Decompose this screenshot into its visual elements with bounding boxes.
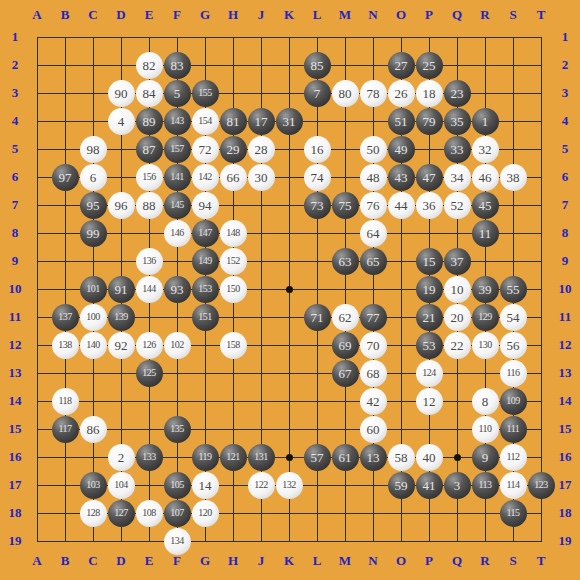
stone-white-g6[interactable]: 142	[192, 164, 219, 191]
stone-white-q7[interactable]: 52	[444, 192, 471, 219]
move-number: 154	[198, 116, 212, 126]
stone-black-o17[interactable]: 59	[388, 472, 415, 499]
stone-white-n5[interactable]: 50	[360, 136, 387, 163]
col-label-bottom-n: N	[362, 553, 384, 569]
move-number: 3	[454, 479, 461, 492]
stone-black-f18[interactable]: 107	[164, 500, 191, 527]
stone-black-l3[interactable]: 7	[304, 80, 331, 107]
row-label-right-12: 12	[554, 337, 576, 353]
stone-black-p10[interactable]: 19	[416, 276, 443, 303]
stone-white-d17[interactable]: 104	[108, 472, 135, 499]
stone-black-f15[interactable]: 135	[164, 416, 191, 443]
move-number: 85	[311, 59, 324, 72]
move-number: 145	[170, 200, 184, 210]
move-number: 27	[395, 59, 408, 72]
stone-white-e12[interactable]: 126	[136, 332, 163, 359]
stone-white-b14[interactable]: 118	[52, 388, 79, 415]
stone-black-p2[interactable]: 25	[416, 52, 443, 79]
stone-white-n6[interactable]: 48	[360, 164, 387, 191]
move-number: 147	[198, 228, 212, 238]
col-label-bottom-j: J	[250, 553, 272, 569]
stone-white-o16[interactable]: 58	[388, 444, 415, 471]
stone-white-f8[interactable]: 146	[164, 220, 191, 247]
stone-black-o2[interactable]: 27	[388, 52, 415, 79]
move-number: 136	[142, 256, 156, 266]
col-label-bottom-o: O	[390, 553, 412, 569]
move-number: 61	[339, 451, 352, 464]
col-label-bottom-b: B	[54, 553, 76, 569]
stone-black-h4[interactable]: 81	[220, 108, 247, 135]
stone-white-b12[interactable]: 138	[52, 332, 79, 359]
stone-black-k4[interactable]: 31	[276, 108, 303, 135]
move-number: 101	[86, 284, 100, 294]
stone-black-f10[interactable]: 93	[164, 276, 191, 303]
stone-white-s12[interactable]: 56	[500, 332, 527, 359]
stone-white-e7[interactable]: 88	[136, 192, 163, 219]
move-number: 132	[282, 480, 296, 490]
stone-white-j17[interactable]: 122	[248, 472, 275, 499]
stone-black-l16[interactable]: 57	[304, 444, 331, 471]
stone-white-g5[interactable]: 72	[192, 136, 219, 163]
move-number: 82	[143, 59, 156, 72]
col-label-bottom-g: G	[194, 553, 216, 569]
stone-white-s16[interactable]: 112	[500, 444, 527, 471]
stone-white-r14[interactable]: 8	[472, 388, 499, 415]
stone-black-r16[interactable]: 9	[472, 444, 499, 471]
stone-black-r10[interactable]: 39	[472, 276, 499, 303]
move-number: 26	[395, 87, 408, 100]
stone-white-r6[interactable]: 46	[472, 164, 499, 191]
stone-black-r17[interactable]: 113	[472, 472, 499, 499]
stone-white-d4[interactable]: 4	[108, 108, 135, 135]
stone-black-e13[interactable]: 125	[136, 360, 163, 387]
move-number: 90	[115, 87, 128, 100]
stone-black-s15[interactable]: 111	[500, 416, 527, 443]
move-number: 54	[507, 311, 520, 324]
move-number: 52	[451, 199, 464, 212]
stone-white-n12[interactable]: 70	[360, 332, 387, 359]
move-number: 10	[451, 283, 464, 296]
stone-white-g4[interactable]: 154	[192, 108, 219, 135]
stone-white-n14[interactable]: 42	[360, 388, 387, 415]
stone-black-f4[interactable]: 143	[164, 108, 191, 135]
stone-white-h9[interactable]: 152	[220, 248, 247, 275]
move-number: 139	[114, 312, 128, 322]
move-number: 66	[227, 171, 240, 184]
row-label-left-3: 3	[4, 85, 26, 101]
move-number: 37	[451, 255, 464, 268]
stone-black-s14[interactable]: 109	[500, 388, 527, 415]
stone-white-o7[interactable]: 44	[388, 192, 415, 219]
stone-black-e16[interactable]: 133	[136, 444, 163, 471]
stone-black-o6[interactable]: 43	[388, 164, 415, 191]
col-label-top-d: D	[110, 7, 132, 23]
stone-black-f7[interactable]: 145	[164, 192, 191, 219]
move-number: 99	[87, 227, 100, 240]
stone-black-e5[interactable]: 87	[136, 136, 163, 163]
move-number: 62	[339, 311, 352, 324]
move-number: 17	[255, 115, 268, 128]
row-label-left-8: 8	[4, 225, 26, 241]
stone-black-p4[interactable]: 79	[416, 108, 443, 135]
move-number: 92	[115, 339, 128, 352]
stone-white-r12[interactable]: 130	[472, 332, 499, 359]
col-label-bottom-a: A	[26, 553, 48, 569]
stone-white-l6[interactable]: 74	[304, 164, 331, 191]
stone-black-r4[interactable]: 1	[472, 108, 499, 135]
stone-black-g3[interactable]: 155	[192, 80, 219, 107]
stone-white-q11[interactable]: 20	[444, 304, 471, 331]
stone-black-l7[interactable]: 73	[304, 192, 331, 219]
col-label-bottom-s: S	[502, 553, 524, 569]
move-number: 102	[170, 340, 184, 350]
stone-black-d10[interactable]: 91	[108, 276, 135, 303]
move-number: 89	[143, 115, 156, 128]
move-number: 125	[142, 368, 156, 378]
col-label-top-g: G	[194, 7, 216, 23]
stone-black-l2[interactable]: 85	[304, 52, 331, 79]
stone-white-p7[interactable]: 36	[416, 192, 443, 219]
row-label-left-12: 12	[4, 337, 26, 353]
stone-white-d7[interactable]: 96	[108, 192, 135, 219]
stone-black-s18[interactable]: 115	[500, 500, 527, 527]
move-number: 111	[507, 424, 520, 434]
col-label-top-t: T	[530, 7, 552, 23]
row-label-right-11: 11	[554, 309, 576, 325]
move-number: 116	[506, 368, 519, 378]
stone-black-h16[interactable]: 121	[220, 444, 247, 471]
move-number: 75	[339, 199, 352, 212]
move-number: 33	[451, 143, 464, 156]
stone-white-d12[interactable]: 92	[108, 332, 135, 359]
stone-black-q5[interactable]: 33	[444, 136, 471, 163]
move-number: 49	[395, 143, 408, 156]
move-number: 100	[86, 312, 100, 322]
stone-black-l11[interactable]: 71	[304, 304, 331, 331]
move-number: 55	[507, 283, 520, 296]
move-number: 44	[395, 199, 408, 212]
move-number: 112	[506, 452, 519, 462]
stone-white-e6[interactable]: 156	[136, 164, 163, 191]
col-label-bottom-p: P	[418, 553, 440, 569]
stone-black-b11[interactable]: 137	[52, 304, 79, 331]
move-number: 150	[226, 284, 240, 294]
move-number: 36	[423, 199, 436, 212]
col-label-bottom-e: E	[138, 553, 160, 569]
stone-white-m11[interactable]: 62	[332, 304, 359, 331]
move-number: 108	[142, 508, 156, 518]
move-number: 69	[339, 339, 352, 352]
stone-black-g11[interactable]: 151	[192, 304, 219, 331]
stone-white-n3[interactable]: 78	[360, 80, 387, 107]
stone-black-e4[interactable]: 89	[136, 108, 163, 135]
stone-white-s11[interactable]: 54	[500, 304, 527, 331]
col-label-top-h: H	[222, 7, 244, 23]
move-number: 32	[479, 143, 492, 156]
stone-white-l5[interactable]: 16	[304, 136, 331, 163]
row-label-left-17: 17	[4, 477, 26, 493]
move-number: 45	[479, 199, 492, 212]
stone-white-q6[interactable]: 34	[444, 164, 471, 191]
stone-white-c15[interactable]: 86	[80, 416, 107, 443]
stone-black-m13[interactable]: 67	[332, 360, 359, 387]
move-number: 29	[227, 143, 240, 156]
col-label-top-m: M	[334, 7, 356, 23]
move-number: 39	[479, 283, 492, 296]
row-label-right-19: 19	[554, 533, 576, 549]
stone-white-r5[interactable]: 32	[472, 136, 499, 163]
move-number: 95	[87, 199, 100, 212]
row-label-right-6: 6	[554, 169, 576, 185]
stone-white-q10[interactable]: 10	[444, 276, 471, 303]
row-label-right-15: 15	[554, 421, 576, 437]
stone-white-k17[interactable]: 132	[276, 472, 303, 499]
move-number: 15	[423, 255, 436, 268]
stone-black-q9[interactable]: 37	[444, 248, 471, 275]
move-number: 53	[423, 339, 436, 352]
stone-white-d3[interactable]: 90	[108, 80, 135, 107]
move-number: 78	[367, 87, 380, 100]
stone-white-s17[interactable]: 114	[500, 472, 527, 499]
row-label-left-9: 9	[4, 253, 26, 269]
col-label-bottom-d: D	[110, 553, 132, 569]
stone-black-n9[interactable]: 65	[360, 248, 387, 275]
stone-white-g17[interactable]: 14	[192, 472, 219, 499]
stone-white-s13[interactable]: 116	[500, 360, 527, 387]
stone-white-e9[interactable]: 136	[136, 248, 163, 275]
stone-white-e18[interactable]: 108	[136, 500, 163, 527]
stone-white-d16[interactable]: 2	[108, 444, 135, 471]
move-number: 158	[226, 340, 240, 350]
stone-white-c5[interactable]: 98	[80, 136, 107, 163]
move-number: 128	[86, 508, 100, 518]
stone-white-c6[interactable]: 6	[80, 164, 107, 191]
stone-black-m9[interactable]: 63	[332, 248, 359, 275]
stone-black-p6[interactable]: 47	[416, 164, 443, 191]
move-number: 129	[478, 312, 492, 322]
move-number: 6	[90, 171, 97, 184]
move-number: 7	[314, 87, 321, 100]
stone-white-f19[interactable]: 134	[164, 528, 191, 555]
stone-white-r15[interactable]: 110	[472, 416, 499, 443]
row-label-left-16: 16	[4, 449, 26, 465]
stone-black-p11[interactable]: 21	[416, 304, 443, 331]
move-number: 22	[451, 339, 464, 352]
move-number: 98	[87, 143, 100, 156]
row-label-left-6: 6	[4, 169, 26, 185]
stone-black-d11[interactable]: 139	[108, 304, 135, 331]
move-number: 115	[506, 508, 519, 518]
stone-black-q4[interactable]: 35	[444, 108, 471, 135]
stone-black-j16[interactable]: 131	[248, 444, 275, 471]
stone-white-h12[interactable]: 158	[220, 332, 247, 359]
stone-black-c17[interactable]: 103	[80, 472, 107, 499]
move-number: 31	[283, 115, 296, 128]
stone-white-h6[interactable]: 66	[220, 164, 247, 191]
move-number: 96	[115, 199, 128, 212]
stone-black-m12[interactable]: 69	[332, 332, 359, 359]
stone-black-f17[interactable]: 105	[164, 472, 191, 499]
stone-white-c11[interactable]: 100	[80, 304, 107, 331]
move-number: 11	[479, 227, 492, 240]
stone-white-f12[interactable]: 102	[164, 332, 191, 359]
col-label-top-n: N	[362, 7, 384, 23]
move-number: 73	[311, 199, 324, 212]
col-label-top-j: J	[250, 7, 272, 23]
stone-white-e3[interactable]: 84	[136, 80, 163, 107]
stone-white-p3[interactable]: 18	[416, 80, 443, 107]
stone-white-p14[interactable]: 12	[416, 388, 443, 415]
go-board[interactable]: 1234567891011121314151617181920212223252…	[0, 0, 580, 580]
move-number: 42	[367, 395, 380, 408]
move-number: 25	[423, 59, 436, 72]
stone-white-e10[interactable]: 144	[136, 276, 163, 303]
stone-black-h5[interactable]: 29	[220, 136, 247, 163]
stone-white-o3[interactable]: 26	[388, 80, 415, 107]
stone-black-p9[interactable]: 15	[416, 248, 443, 275]
move-number: 119	[198, 452, 211, 462]
move-number: 157	[170, 144, 184, 154]
stone-black-c10[interactable]: 101	[80, 276, 107, 303]
move-number: 63	[339, 255, 352, 268]
stone-black-f5[interactable]: 157	[164, 136, 191, 163]
stone-white-m3[interactable]: 80	[332, 80, 359, 107]
col-label-bottom-t: T	[530, 553, 552, 569]
stone-black-j4[interactable]: 17	[248, 108, 275, 135]
row-label-right-17: 17	[554, 477, 576, 493]
row-label-left-13: 13	[4, 365, 26, 381]
move-number: 50	[367, 143, 380, 156]
stone-black-p12[interactable]: 53	[416, 332, 443, 359]
move-number: 137	[58, 312, 72, 322]
row-label-right-18: 18	[554, 505, 576, 521]
stone-white-j5[interactable]: 28	[248, 136, 275, 163]
col-label-bottom-m: M	[334, 553, 356, 569]
col-label-top-a: A	[26, 7, 48, 23]
stone-black-c8[interactable]: 99	[80, 220, 107, 247]
col-label-bottom-r: R	[474, 553, 496, 569]
stone-white-n15[interactable]: 60	[360, 416, 387, 443]
move-number: 123	[534, 480, 548, 490]
move-number: 4	[118, 115, 125, 128]
row-label-right-4: 4	[554, 113, 576, 129]
stone-black-r11[interactable]: 129	[472, 304, 499, 331]
move-number: 114	[506, 480, 519, 490]
stone-white-j6[interactable]: 30	[248, 164, 275, 191]
stone-black-q17[interactable]: 3	[444, 472, 471, 499]
stone-black-d18[interactable]: 127	[108, 500, 135, 527]
col-label-bottom-f: F	[166, 553, 188, 569]
move-number: 83	[171, 59, 184, 72]
stone-white-s6[interactable]: 38	[500, 164, 527, 191]
stone-black-r8[interactable]: 11	[472, 220, 499, 247]
move-number: 30	[255, 171, 268, 184]
stone-black-g16[interactable]: 119	[192, 444, 219, 471]
stone-black-r7[interactable]: 45	[472, 192, 499, 219]
row-label-left-14: 14	[4, 393, 26, 409]
move-number: 120	[198, 508, 212, 518]
move-number: 72	[199, 143, 212, 156]
stone-black-g8[interactable]: 147	[192, 220, 219, 247]
stone-black-b15[interactable]: 117	[52, 416, 79, 443]
move-number: 74	[311, 171, 324, 184]
move-number: 126	[142, 340, 156, 350]
stone-black-m7[interactable]: 75	[332, 192, 359, 219]
stone-black-o5[interactable]: 49	[388, 136, 415, 163]
move-number: 110	[478, 424, 491, 434]
move-number: 118	[58, 396, 71, 406]
stone-black-f2[interactable]: 83	[164, 52, 191, 79]
move-number: 59	[395, 479, 408, 492]
row-label-left-2: 2	[4, 57, 26, 73]
stone-black-o4[interactable]: 51	[388, 108, 415, 135]
move-number: 142	[198, 172, 212, 182]
move-number: 131	[254, 452, 268, 462]
move-number: 81	[227, 115, 240, 128]
move-number: 76	[367, 199, 380, 212]
stones-layer: 1234567891011121314151617181920212223252…	[23, 23, 555, 555]
stone-white-h8[interactable]: 148	[220, 220, 247, 247]
stone-white-h10[interactable]: 150	[220, 276, 247, 303]
move-number: 103	[86, 480, 100, 490]
stone-black-q3[interactable]: 23	[444, 80, 471, 107]
stone-white-n8[interactable]: 64	[360, 220, 387, 247]
stone-white-c12[interactable]: 140	[80, 332, 107, 359]
move-number: 152	[226, 256, 240, 266]
move-number: 70	[367, 339, 380, 352]
stone-white-n7[interactable]: 76	[360, 192, 387, 219]
stone-white-q12[interactable]: 22	[444, 332, 471, 359]
stone-white-g7[interactable]: 94	[192, 192, 219, 219]
stone-black-c7[interactable]: 95	[80, 192, 107, 219]
stone-black-p17[interactable]: 41	[416, 472, 443, 499]
stone-white-g18[interactable]: 120	[192, 500, 219, 527]
stone-black-n16[interactable]: 13	[360, 444, 387, 471]
move-number: 151	[198, 312, 212, 322]
stone-black-t17[interactable]: 123	[528, 472, 555, 499]
move-number: 38	[507, 171, 520, 184]
move-number: 134	[170, 536, 184, 546]
move-number: 19	[423, 283, 436, 296]
row-label-left-15: 15	[4, 421, 26, 437]
move-number: 138	[58, 340, 72, 350]
stone-black-f6[interactable]: 141	[164, 164, 191, 191]
stone-black-n11[interactable]: 77	[360, 304, 387, 331]
stone-white-p16[interactable]: 40	[416, 444, 443, 471]
move-number: 130	[478, 340, 492, 350]
row-label-right-8: 8	[554, 225, 576, 241]
stone-white-n13[interactable]: 68	[360, 360, 387, 387]
move-number: 64	[367, 227, 380, 240]
stone-black-g9[interactable]: 149	[192, 248, 219, 275]
move-number: 107	[170, 508, 184, 518]
stone-white-e2[interactable]: 82	[136, 52, 163, 79]
move-number: 109	[506, 396, 520, 406]
row-label-left-7: 7	[4, 197, 26, 213]
stone-black-b6[interactable]: 97	[52, 164, 79, 191]
stone-black-m16[interactable]: 61	[332, 444, 359, 471]
stone-white-c18[interactable]: 128	[80, 500, 107, 527]
col-label-bottom-q: Q	[446, 553, 468, 569]
col-label-top-e: E	[138, 7, 160, 23]
stone-black-g10[interactable]: 153	[192, 276, 219, 303]
move-number: 47	[423, 171, 436, 184]
stone-black-f3[interactable]: 5	[164, 80, 191, 107]
stone-white-p13[interactable]: 124	[416, 360, 443, 387]
stone-black-s10[interactable]: 55	[500, 276, 527, 303]
col-label-top-c: C	[82, 7, 104, 23]
move-number: 34	[451, 171, 464, 184]
